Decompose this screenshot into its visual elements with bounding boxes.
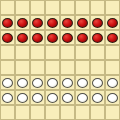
- white-piece[interactable]: [77, 93, 88, 103]
- cell-b8[interactable]: [15, 0, 30, 15]
- white-piece[interactable]: [77, 78, 88, 88]
- red-piece[interactable]: [17, 18, 28, 28]
- cell-c7[interactable]: [30, 15, 45, 30]
- cell-a3[interactable]: [0, 75, 15, 90]
- cell-a4[interactable]: [0, 60, 15, 75]
- cell-f3[interactable]: [75, 75, 90, 90]
- red-piece[interactable]: [47, 18, 58, 28]
- cell-g2[interactable]: [90, 90, 105, 105]
- cell-h4[interactable]: [105, 60, 120, 75]
- cell-b6[interactable]: [15, 30, 30, 45]
- cell-f4[interactable]: [75, 60, 90, 75]
- cell-c4[interactable]: [30, 60, 45, 75]
- cell-f7[interactable]: [75, 15, 90, 30]
- red-piece[interactable]: [62, 33, 73, 43]
- red-piece[interactable]: [32, 18, 43, 28]
- white-piece[interactable]: [32, 93, 43, 103]
- white-piece[interactable]: [2, 78, 13, 88]
- cell-e8[interactable]: [60, 0, 75, 15]
- cell-d8[interactable]: [45, 0, 60, 15]
- white-piece[interactable]: [92, 78, 103, 88]
- cell-a5[interactable]: [0, 45, 15, 60]
- cell-d3[interactable]: [45, 75, 60, 90]
- white-piece[interactable]: [62, 78, 73, 88]
- white-piece[interactable]: [107, 93, 118, 103]
- cell-c5[interactable]: [30, 45, 45, 60]
- cell-d2[interactable]: [45, 90, 60, 105]
- cell-a7[interactable]: [0, 15, 15, 30]
- white-piece[interactable]: [47, 93, 58, 103]
- cell-a1[interactable]: [0, 105, 15, 120]
- cell-h2[interactable]: [105, 90, 120, 105]
- cell-g5[interactable]: [90, 45, 105, 60]
- white-piece[interactable]: [62, 93, 73, 103]
- red-piece[interactable]: [107, 18, 118, 28]
- red-piece[interactable]: [107, 33, 118, 43]
- white-piece[interactable]: [92, 93, 103, 103]
- cell-h7[interactable]: [105, 15, 120, 30]
- cell-c2[interactable]: [30, 90, 45, 105]
- cell-a8[interactable]: [0, 0, 15, 15]
- cell-f6[interactable]: [75, 30, 90, 45]
- cell-f8[interactable]: [75, 0, 90, 15]
- white-piece[interactable]: [32, 78, 43, 88]
- red-piece[interactable]: [2, 33, 13, 43]
- cell-c8[interactable]: [30, 0, 45, 15]
- cell-e1[interactable]: [60, 105, 75, 120]
- cell-g7[interactable]: [90, 15, 105, 30]
- cell-f2[interactable]: [75, 90, 90, 105]
- red-piece[interactable]: [2, 18, 13, 28]
- cell-a2[interactable]: [0, 90, 15, 105]
- cell-b2[interactable]: [15, 90, 30, 105]
- cell-h3[interactable]: [105, 75, 120, 90]
- cell-b5[interactable]: [15, 45, 30, 60]
- cell-b7[interactable]: [15, 15, 30, 30]
- cell-h6[interactable]: [105, 30, 120, 45]
- cell-d4[interactable]: [45, 60, 60, 75]
- cell-e7[interactable]: [60, 15, 75, 30]
- white-piece[interactable]: [17, 93, 28, 103]
- cell-e3[interactable]: [60, 75, 75, 90]
- red-piece[interactable]: [62, 18, 73, 28]
- cell-c3[interactable]: [30, 75, 45, 90]
- red-piece[interactable]: [47, 33, 58, 43]
- cell-e5[interactable]: [60, 45, 75, 60]
- cell-a6[interactable]: [0, 30, 15, 45]
- white-piece[interactable]: [47, 78, 58, 88]
- cell-c1[interactable]: [30, 105, 45, 120]
- cell-d1[interactable]: [45, 105, 60, 120]
- cell-b4[interactable]: [15, 60, 30, 75]
- cell-b1[interactable]: [15, 105, 30, 120]
- cell-g6[interactable]: [90, 30, 105, 45]
- cell-g8[interactable]: [90, 0, 105, 15]
- red-piece[interactable]: [77, 18, 88, 28]
- red-piece[interactable]: [77, 33, 88, 43]
- cell-d5[interactable]: [45, 45, 60, 60]
- white-piece[interactable]: [2, 93, 13, 103]
- cell-f1[interactable]: [75, 105, 90, 120]
- cell-e2[interactable]: [60, 90, 75, 105]
- cell-b3[interactable]: [15, 75, 30, 90]
- cell-d7[interactable]: [45, 15, 60, 30]
- red-piece[interactable]: [17, 33, 28, 43]
- cell-h8[interactable]: [105, 0, 120, 15]
- cell-g1[interactable]: [90, 105, 105, 120]
- white-piece[interactable]: [17, 78, 28, 88]
- cell-g3[interactable]: [90, 75, 105, 90]
- board: [0, 0, 120, 120]
- cell-e6[interactable]: [60, 30, 75, 45]
- red-piece[interactable]: [32, 33, 43, 43]
- white-piece[interactable]: [107, 78, 118, 88]
- cell-h5[interactable]: [105, 45, 120, 60]
- red-piece[interactable]: [92, 33, 103, 43]
- cell-h1[interactable]: [105, 105, 120, 120]
- cell-e4[interactable]: [60, 60, 75, 75]
- red-piece[interactable]: [92, 18, 103, 28]
- cell-c6[interactable]: [30, 30, 45, 45]
- cell-g4[interactable]: [90, 60, 105, 75]
- cell-d6[interactable]: [45, 30, 60, 45]
- cell-f5[interactable]: [75, 45, 90, 60]
